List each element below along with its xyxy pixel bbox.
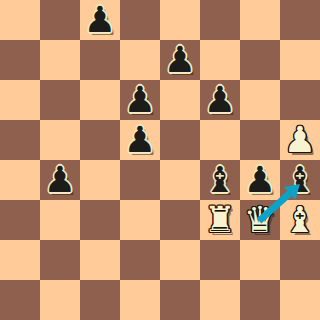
square-a6[interactable] <box>0 80 40 120</box>
square-e2[interactable] <box>160 240 200 280</box>
square-e6[interactable] <box>160 80 200 120</box>
square-h3[interactable] <box>280 200 320 240</box>
square-b4[interactable] <box>40 160 80 200</box>
square-c6[interactable] <box>80 80 120 120</box>
square-f3[interactable] <box>200 200 240 240</box>
square-f5[interactable] <box>200 120 240 160</box>
square-c5[interactable] <box>80 120 120 160</box>
square-b5[interactable] <box>40 120 80 160</box>
square-a7[interactable] <box>0 40 40 80</box>
square-c1[interactable] <box>80 280 120 320</box>
square-d6[interactable] <box>120 80 160 120</box>
square-g6[interactable] <box>240 80 280 120</box>
square-b2[interactable] <box>40 240 80 280</box>
square-e1[interactable] <box>160 280 200 320</box>
square-g7[interactable] <box>240 40 280 80</box>
square-f1[interactable] <box>200 280 240 320</box>
square-a4[interactable] <box>0 160 40 200</box>
square-h4[interactable] <box>280 160 320 200</box>
square-d2[interactable] <box>120 240 160 280</box>
square-f2[interactable] <box>200 240 240 280</box>
square-e3[interactable] <box>160 200 200 240</box>
square-f7[interactable] <box>200 40 240 80</box>
board-squares <box>0 0 320 320</box>
square-h8[interactable] <box>280 0 320 40</box>
square-d5[interactable] <box>120 120 160 160</box>
square-b8[interactable] <box>40 0 80 40</box>
square-h6[interactable] <box>280 80 320 120</box>
square-d8[interactable] <box>120 0 160 40</box>
square-e4[interactable] <box>160 160 200 200</box>
square-g2[interactable] <box>240 240 280 280</box>
square-g1[interactable] <box>240 280 280 320</box>
square-e8[interactable] <box>160 0 200 40</box>
square-a3[interactable] <box>0 200 40 240</box>
square-c7[interactable] <box>80 40 120 80</box>
square-e7[interactable] <box>160 40 200 80</box>
square-a8[interactable] <box>0 0 40 40</box>
square-b6[interactable] <box>40 80 80 120</box>
square-g5[interactable] <box>240 120 280 160</box>
square-f8[interactable] <box>200 0 240 40</box>
square-c3[interactable] <box>80 200 120 240</box>
square-f4[interactable] <box>200 160 240 200</box>
square-c8[interactable] <box>80 0 120 40</box>
square-g8[interactable] <box>240 0 280 40</box>
square-f6[interactable] <box>200 80 240 120</box>
square-a5[interactable] <box>0 120 40 160</box>
square-a2[interactable] <box>0 240 40 280</box>
square-g3[interactable] <box>240 200 280 240</box>
square-c2[interactable] <box>80 240 120 280</box>
square-b7[interactable] <box>40 40 80 80</box>
square-e5[interactable] <box>160 120 200 160</box>
square-c4[interactable] <box>80 160 120 200</box>
square-h7[interactable] <box>280 40 320 80</box>
square-d4[interactable] <box>120 160 160 200</box>
square-g4[interactable] <box>240 160 280 200</box>
chess-board: ♟♟♟♟♟♟♟♝♟♝♜♛♝ <box>0 0 320 320</box>
square-h5[interactable] <box>280 120 320 160</box>
square-a1[interactable] <box>0 280 40 320</box>
square-d3[interactable] <box>120 200 160 240</box>
square-d7[interactable] <box>120 40 160 80</box>
square-d1[interactable] <box>120 280 160 320</box>
square-h2[interactable] <box>280 240 320 280</box>
square-h1[interactable] <box>280 280 320 320</box>
square-b3[interactable] <box>40 200 80 240</box>
square-b1[interactable] <box>40 280 80 320</box>
